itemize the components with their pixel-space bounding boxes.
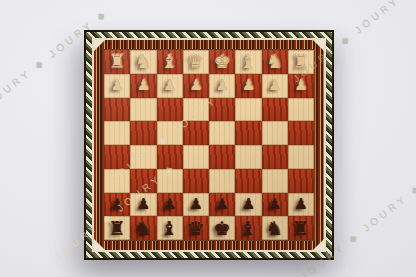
square-3-2[interactable] xyxy=(157,121,183,145)
white-pawn: ♟ xyxy=(268,78,281,93)
square-1-1[interactable]: ♟ xyxy=(130,74,156,98)
square-0-1[interactable]: ♞ xyxy=(130,50,156,74)
square-6-4[interactable]: ♟ xyxy=(209,193,235,217)
square-3-5[interactable] xyxy=(235,121,261,145)
square-5-3[interactable] xyxy=(183,169,209,193)
play-area: ♜♞♝♛♚♝♞♜♟♟♟♟♟♟♟♟♟♟♟♟♟♟♟♟♜♞♝♛♚♝♞♜ xyxy=(103,49,315,241)
square-6-0[interactable]: ♟ xyxy=(104,193,130,217)
black-pawn: ♟ xyxy=(215,197,228,212)
white-pawn: ♟ xyxy=(294,78,307,93)
square-2-1[interactable] xyxy=(130,98,156,122)
square-0-0[interactable]: ♜ xyxy=(104,50,130,74)
black-queen: ♛ xyxy=(187,219,204,238)
square-0-4[interactable]: ♚ xyxy=(209,50,235,74)
square-6-1[interactable]: ♟ xyxy=(130,193,156,217)
square-6-6[interactable]: ♟ xyxy=(262,193,288,217)
black-pawn: ♟ xyxy=(189,197,202,212)
square-2-0[interactable] xyxy=(104,98,130,122)
square-1-3[interactable]: ♟ xyxy=(183,74,209,98)
square-3-3[interactable] xyxy=(183,121,209,145)
square-4-2[interactable] xyxy=(157,145,183,169)
square-0-3[interactable]: ♛ xyxy=(183,50,209,74)
square-5-5[interactable] xyxy=(235,169,261,193)
black-knight: ♞ xyxy=(266,219,283,238)
square-3-0[interactable] xyxy=(104,121,130,145)
black-pawn: ♟ xyxy=(137,197,150,212)
square-7-1[interactable]: ♞ xyxy=(130,216,156,240)
square-4-7[interactable] xyxy=(288,145,314,169)
black-pawn: ♟ xyxy=(268,197,281,212)
border-stripe-band: ♜♞♝♛♚♝♞♜♟♟♟♟♟♟♟♟♟♟♟♟♟♟♟♟♜♞♝♛♚♝♞♜ xyxy=(86,32,332,258)
square-6-5[interactable]: ♟ xyxy=(235,193,261,217)
white-bishop: ♝ xyxy=(161,52,178,71)
square-3-6[interactable] xyxy=(262,121,288,145)
black-rook: ♜ xyxy=(109,219,126,238)
square-4-3[interactable] xyxy=(183,145,209,169)
square-1-7[interactable]: ♟ xyxy=(288,74,314,98)
square-5-6[interactable] xyxy=(262,169,288,193)
square-4-6[interactable] xyxy=(262,145,288,169)
border-ivory-band: ♜♞♝♛♚♝♞♜♟♟♟♟♟♟♟♟♟♟♟♟♟♟♟♟♜♞♝♛♚♝♞♜ xyxy=(92,38,326,252)
square-5-2[interactable] xyxy=(157,169,183,193)
square-3-4[interactable] xyxy=(209,121,235,145)
black-bishop: ♝ xyxy=(161,219,178,238)
white-king: ♚ xyxy=(214,52,231,71)
square-2-7[interactable] xyxy=(288,98,314,122)
square-0-5[interactable]: ♝ xyxy=(235,50,261,74)
white-pawn: ♟ xyxy=(189,78,202,93)
white-queen: ♛ xyxy=(187,52,204,71)
square-4-5[interactable] xyxy=(235,145,261,169)
white-pawn: ♟ xyxy=(163,78,176,93)
square-5-1[interactable] xyxy=(130,169,156,193)
black-pawn: ♟ xyxy=(110,197,123,212)
square-6-3[interactable]: ♟ xyxy=(183,193,209,217)
black-rook: ♜ xyxy=(292,219,309,238)
chess-board: ♜♞♝♛♚♝♞♜♟♟♟♟♟♟♟♟♟♟♟♟♟♟♟♟♜♞♝♛♚♝♞♜ xyxy=(84,30,334,260)
square-7-3[interactable]: ♛ xyxy=(183,216,209,240)
square-1-0[interactable]: ♟ xyxy=(104,74,130,98)
square-7-4[interactable]: ♚ xyxy=(209,216,235,240)
square-4-4[interactable] xyxy=(209,145,235,169)
square-1-2[interactable]: ♟ xyxy=(157,74,183,98)
border-mosaic-band: ♜♞♝♛♚♝♞♜♟♟♟♟♟♟♟♟♟♟♟♟♟♟♟♟♜♞♝♛♚♝♞♜ xyxy=(94,40,324,250)
square-6-7[interactable]: ♟ xyxy=(288,193,314,217)
square-0-7[interactable]: ♜ xyxy=(288,50,314,74)
square-3-7[interactable] xyxy=(288,121,314,145)
square-2-6[interactable] xyxy=(262,98,288,122)
square-6-2[interactable]: ♟ xyxy=(157,193,183,217)
square-1-6[interactable]: ♟ xyxy=(262,74,288,98)
black-pawn: ♟ xyxy=(242,197,255,212)
white-knight: ♞ xyxy=(135,52,152,71)
square-2-5[interactable] xyxy=(235,98,261,122)
white-rook: ♜ xyxy=(292,52,309,71)
square-5-4[interactable] xyxy=(209,169,235,193)
white-pawn: ♟ xyxy=(137,78,150,93)
product-photo-scene: JOURY ◆ JOURY ◆ JOURY ◆ JOURY ◆ JOURY ◆ … xyxy=(0,0,416,277)
black-pawn: ♟ xyxy=(163,197,176,212)
square-0-6[interactable]: ♞ xyxy=(262,50,288,74)
square-4-0[interactable] xyxy=(104,145,130,169)
square-7-6[interactable]: ♞ xyxy=(262,216,288,240)
black-king: ♚ xyxy=(214,219,231,238)
black-bishop: ♝ xyxy=(240,219,257,238)
square-3-1[interactable] xyxy=(130,121,156,145)
square-2-4[interactable] xyxy=(209,98,235,122)
white-rook: ♜ xyxy=(109,52,126,71)
square-2-2[interactable] xyxy=(157,98,183,122)
white-knight: ♞ xyxy=(266,52,283,71)
square-1-4[interactable]: ♟ xyxy=(209,74,235,98)
square-4-1[interactable] xyxy=(130,145,156,169)
square-7-5[interactable]: ♝ xyxy=(235,216,261,240)
square-7-2[interactable]: ♝ xyxy=(157,216,183,240)
square-2-3[interactable] xyxy=(183,98,209,122)
white-pawn: ♟ xyxy=(215,78,228,93)
black-pawn: ♟ xyxy=(294,197,307,212)
black-knight: ♞ xyxy=(135,219,152,238)
white-pawn: ♟ xyxy=(110,78,123,93)
square-7-7[interactable]: ♜ xyxy=(288,216,314,240)
square-0-2[interactable]: ♝ xyxy=(157,50,183,74)
square-5-0[interactable] xyxy=(104,169,130,193)
square-7-0[interactable]: ♜ xyxy=(104,216,130,240)
square-1-5[interactable]: ♟ xyxy=(235,74,261,98)
white-pawn: ♟ xyxy=(242,78,255,93)
square-5-7[interactable] xyxy=(288,169,314,193)
white-bishop: ♝ xyxy=(240,52,257,71)
